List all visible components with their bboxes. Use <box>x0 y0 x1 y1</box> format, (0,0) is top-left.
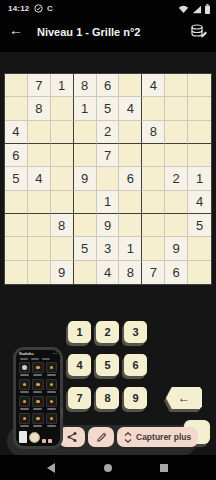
coin-stack-edit-icon[interactable] <box>190 23 208 39</box>
sudoku-cell[interactable] <box>142 167 165 190</box>
sudoku-cell[interactable] <box>119 191 142 214</box>
sudoku-cell[interactable] <box>188 74 211 97</box>
sudoku-cell[interactable]: 1 <box>51 74 74 97</box>
capture-more-label: Capturer plus <box>136 432 191 442</box>
sudoku-cell[interactable] <box>188 261 211 284</box>
battery-icon <box>205 4 210 14</box>
status-bar: 14:12 C <box>0 0 216 18</box>
backspace-key[interactable]: ← <box>166 387 202 409</box>
sudoku-cell[interactable] <box>5 191 28 214</box>
sudoku-cell[interactable]: 4 <box>5 121 28 144</box>
thumbnail-level-tile <box>32 379 43 394</box>
sudoku-cell[interactable]: 4 <box>142 74 165 97</box>
sudoku-cell[interactable]: 8 <box>28 97 51 120</box>
sudoku-cell[interactable]: 9 <box>51 261 74 284</box>
thumbnail-level-tile <box>19 379 30 394</box>
sudoku-cell[interactable]: 4 <box>28 167 51 190</box>
numpad-row-1: 123 <box>68 321 202 343</box>
numpad-key-3[interactable]: 3 <box>124 321 147 343</box>
sudoku-cell[interactable] <box>51 121 74 144</box>
sudoku-cell[interactable]: 9 <box>74 167 97 190</box>
sudoku-cell[interactable]: 3 <box>97 237 120 260</box>
thumbnail-level-tile <box>19 362 30 377</box>
back-triangle-icon[interactable] <box>47 463 55 473</box>
screenshot-thumbnail[interactable]: Sudoku ▪ ▪ <box>13 347 63 449</box>
sudoku-cell[interactable] <box>142 144 165 167</box>
numpad-key-9[interactable]: 9 <box>124 387 147 409</box>
sudoku-cell[interactable]: 5 <box>97 97 120 120</box>
recents-square-icon[interactable] <box>160 464 168 472</box>
sudoku-cell[interactable]: 6 <box>119 167 142 190</box>
thumbnail-status-icons: ▪ ▪ <box>53 352 57 356</box>
thumbnail-level-tile <box>32 362 43 377</box>
thumbnail-app-title: Sudoku <box>19 352 34 356</box>
sudoku-cell[interactable]: 6 <box>5 144 28 167</box>
sudoku-cell[interactable] <box>28 121 51 144</box>
thumbnail-level-tile <box>46 396 57 411</box>
sudoku-cell[interactable]: 9 <box>165 237 188 260</box>
sudoku-cell[interactable]: 6 <box>165 261 188 284</box>
thumbnail-level-tile <box>46 413 57 428</box>
sudoku-cell[interactable]: 4 <box>97 261 120 284</box>
numpad-key-2[interactable]: 2 <box>96 321 119 343</box>
sudoku-cell[interactable]: 8 <box>119 261 142 284</box>
numpad-key-4[interactable]: 4 <box>68 354 91 376</box>
notification-letter-icon: C <box>47 4 53 13</box>
sudoku-cell[interactable] <box>142 237 165 260</box>
sudoku-cell[interactable] <box>28 237 51 260</box>
sudoku-cell[interactable]: 1 <box>97 191 120 214</box>
sudoku-cell[interactable] <box>28 261 51 284</box>
sudoku-cell[interactable]: 6 <box>97 74 120 97</box>
sudoku-board: 7186481544286754962114895531994876 <box>4 73 212 285</box>
sudoku-cell[interactable]: 4 <box>188 191 211 214</box>
numpad-row-2: 456 <box>68 354 202 376</box>
thumbnail-bottom-cards <box>19 431 52 443</box>
sudoku-cell[interactable] <box>74 144 97 167</box>
thumbnail-level-tile <box>32 413 43 428</box>
sudoku-cell[interactable] <box>74 214 97 237</box>
sudoku-cell[interactable] <box>5 214 28 237</box>
check-circle-icon <box>34 4 43 13</box>
sudoku-cell[interactable]: 8 <box>51 214 74 237</box>
sudoku-cell[interactable] <box>165 214 188 237</box>
sudoku-cell[interactable] <box>165 97 188 120</box>
sudoku-cell[interactable]: 1 <box>188 167 211 190</box>
unfold-more-icon <box>124 432 132 443</box>
wifi-icon <box>178 5 189 14</box>
sudoku-cell[interactable]: 7 <box>97 144 120 167</box>
sudoku-cell[interactable] <box>188 144 211 167</box>
sudoku-cell[interactable] <box>119 74 142 97</box>
sudoku-cell[interactable] <box>188 237 211 260</box>
numpad-key-6[interactable]: 6 <box>124 354 147 376</box>
home-circle-icon[interactable] <box>104 464 112 472</box>
thumbnail-frame-button <box>61 408 63 417</box>
thumbnail-level-grid <box>16 362 60 428</box>
thumbnail-level-tile <box>19 413 30 428</box>
sudoku-cell[interactable]: 1 <box>74 97 97 120</box>
numpad-key-5[interactable]: 5 <box>96 354 119 376</box>
cell-signal-icon <box>192 5 202 14</box>
backspace-arrow-icon: ← <box>166 387 202 409</box>
back-arrow-icon[interactable]: ← <box>9 23 23 37</box>
sudoku-cell[interactable]: 8 <box>142 121 165 144</box>
sudoku-cell[interactable] <box>28 214 51 237</box>
sudoku-cell[interactable] <box>165 144 188 167</box>
thumbnail-level-tile <box>19 396 30 411</box>
phone-screen: 14:12 C ← Niveau 1 - Grille n°2 <box>0 0 216 480</box>
numpad-key-1[interactable]: 1 <box>68 321 91 343</box>
sudoku-cell[interactable] <box>97 167 120 190</box>
number-pad: 123 456 789← <box>68 321 202 420</box>
sudoku-cell[interactable] <box>51 144 74 167</box>
sudoku-cell[interactable]: 8 <box>74 74 97 97</box>
sudoku-cell[interactable] <box>51 191 74 214</box>
sudoku-cell[interactable] <box>119 144 142 167</box>
thumbnail-level-tile <box>32 396 43 411</box>
share-icon <box>66 431 78 443</box>
android-nav-bar <box>0 455 216 480</box>
sudoku-cell[interactable] <box>165 191 188 214</box>
sudoku-cell[interactable] <box>188 97 211 120</box>
numpad-row-3: 789← <box>68 387 202 409</box>
sudoku-cell[interactable]: 5 <box>188 214 211 237</box>
sudoku-cell[interactable] <box>51 167 74 190</box>
numpad-key-7[interactable]: 7 <box>68 387 91 409</box>
sudoku-cell[interactable] <box>165 121 188 144</box>
clock: 14:12 <box>8 4 29 13</box>
sudoku-cell[interactable]: 5 <box>74 237 97 260</box>
sudoku-cell[interactable] <box>5 74 28 97</box>
sudoku-cell[interactable]: 2 <box>165 167 188 190</box>
pencil-icon <box>96 432 107 443</box>
thumbnail-level-tile <box>46 362 57 377</box>
sudoku-cell[interactable] <box>51 237 74 260</box>
sudoku-cell[interactable] <box>165 74 188 97</box>
sudoku-cell[interactable]: 7 <box>28 74 51 97</box>
app-bar: ← Niveau 1 - Grille n°2 <box>0 18 216 52</box>
sudoku-cell[interactable]: 1 <box>119 237 142 260</box>
thumbnail-level-tile <box>46 379 57 394</box>
sudoku-cell[interactable] <box>74 261 97 284</box>
sudoku-cell[interactable] <box>74 121 97 144</box>
sudoku-cell[interactable]: 2 <box>97 121 120 144</box>
sudoku-cell[interactable] <box>51 97 74 120</box>
sudoku-cell[interactable] <box>119 214 142 237</box>
sudoku-cell[interactable]: 4 <box>119 97 142 120</box>
sudoku-cell[interactable] <box>5 261 28 284</box>
sudoku-cell[interactable] <box>142 191 165 214</box>
sudoku-cell[interactable] <box>74 191 97 214</box>
sudoku-cell[interactable] <box>142 214 165 237</box>
sudoku-cell[interactable] <box>188 121 211 144</box>
sudoku-cell[interactable] <box>119 121 142 144</box>
sudoku-cell[interactable] <box>142 97 165 120</box>
page-title: Niveau 1 - Grille n°2 <box>37 26 140 38</box>
numpad-key-8[interactable]: 8 <box>96 387 119 409</box>
sudoku-cell[interactable] <box>28 191 51 214</box>
sudoku-cell[interactable] <box>5 97 28 120</box>
sudoku-cell[interactable]: 7 <box>142 261 165 284</box>
capture-more-button[interactable]: Capturer plus <box>117 427 198 447</box>
sudoku-cell[interactable]: 5 <box>5 167 28 190</box>
sudoku-cell[interactable] <box>5 237 28 260</box>
sudoku-cell[interactable] <box>28 144 51 167</box>
edit-screenshot-button[interactable] <box>88 427 114 447</box>
sudoku-cell[interactable]: 9 <box>97 214 120 237</box>
